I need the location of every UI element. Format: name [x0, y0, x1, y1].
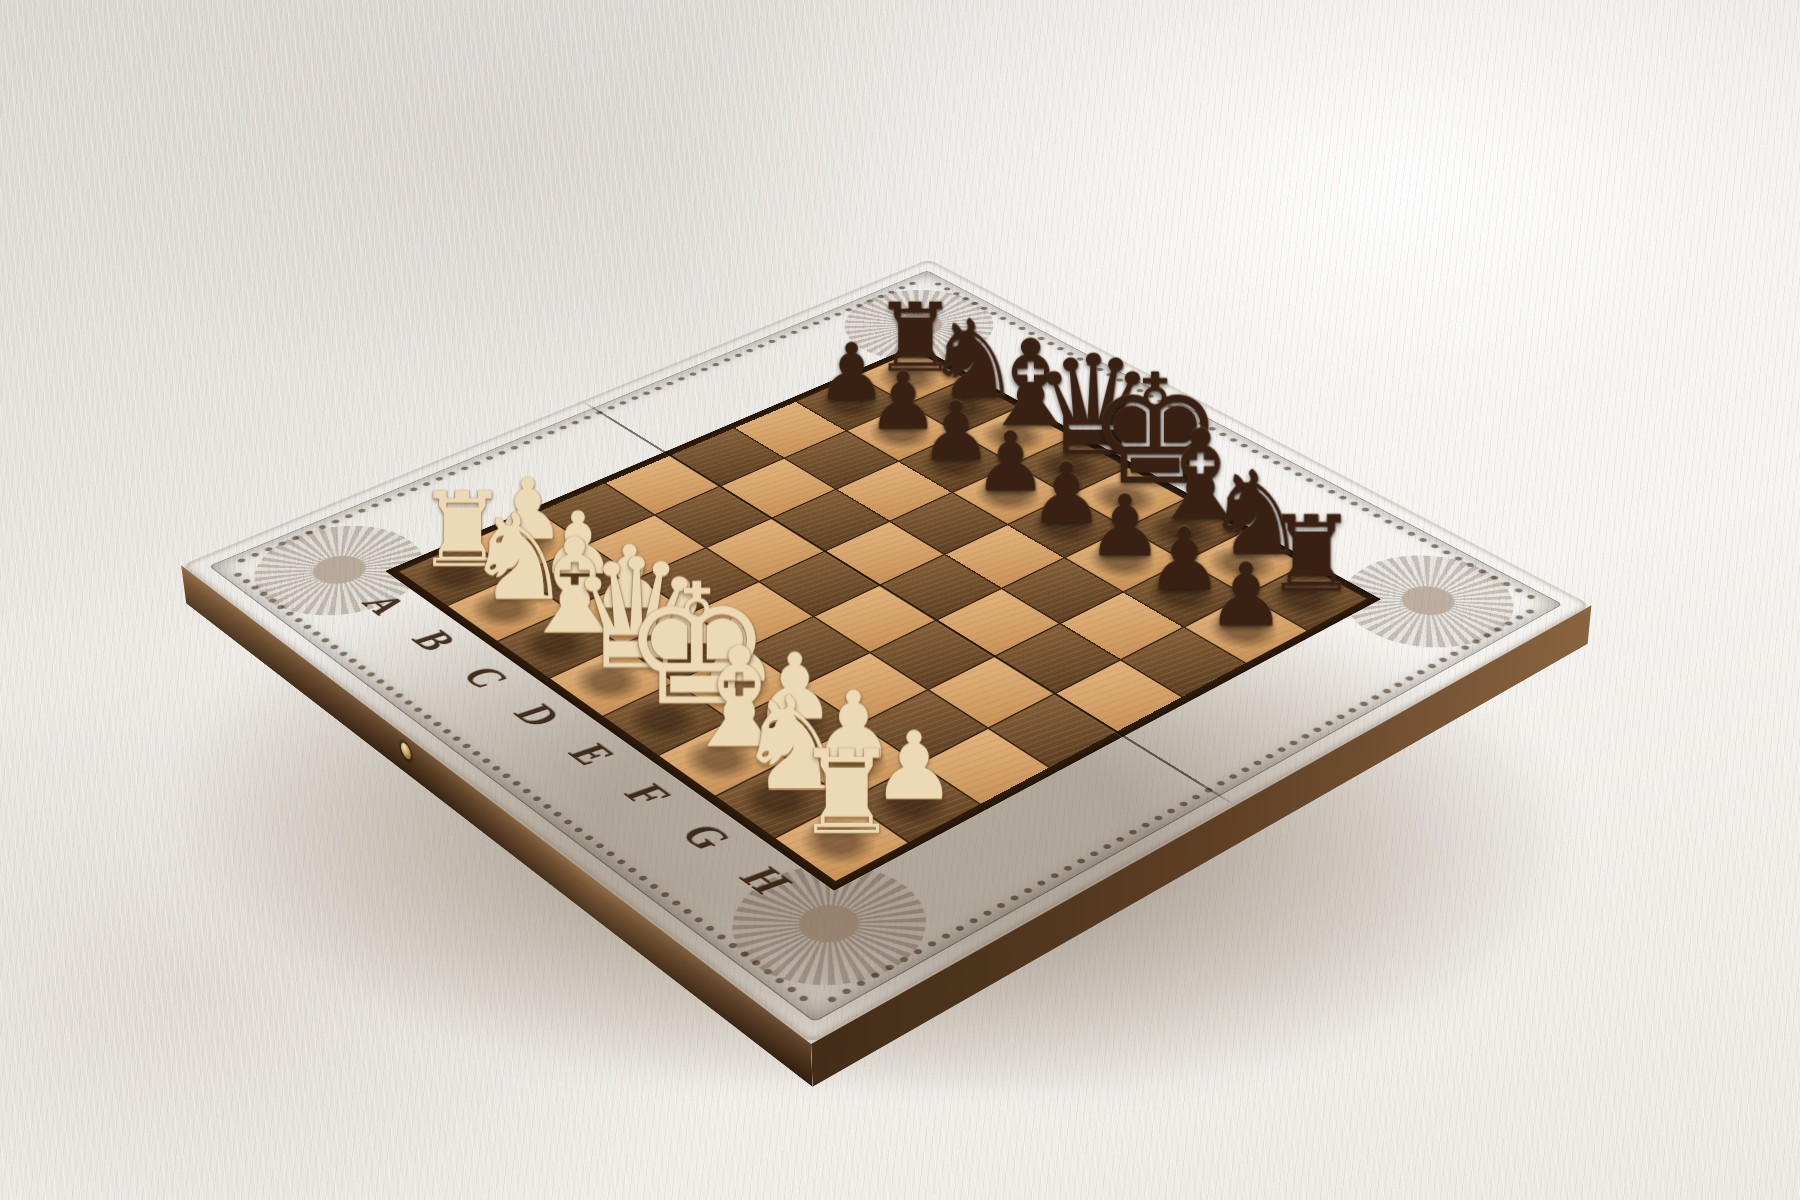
piece-white-rook[interactable]: ♜: [795, 735, 889, 851]
photo-stage: { "game": "chess", "scene": { "descripti…: [0, 0, 1800, 1200]
chess-box: ♜♞♝♛♚♝♞♜♟♟♟♟♟♟♟♟♟♟♟♟♟♟♟♟♜♞♝♛♚♝♞♜ ABCDEFG…: [181, 259, 1591, 1044]
board-top: ♜♞♝♛♚♝♞♜♟♟♟♟♟♟♟♟♟♟♟♟♟♟♟♟♜♞♝♛♚♝♞♜ ABCDEFG…: [181, 259, 1591, 1044]
scene: ♜♞♝♛♚♝♞♜♟♟♟♟♟♟♟♟♟♟♟♟♟♟♟♟♜♞♝♛♚♝♞♜ ABCDEFG…: [0, 0, 1800, 1200]
piece-black-pawn[interactable]: ♟: [1203, 550, 1289, 638]
brass-latch-icon: [400, 740, 411, 762]
